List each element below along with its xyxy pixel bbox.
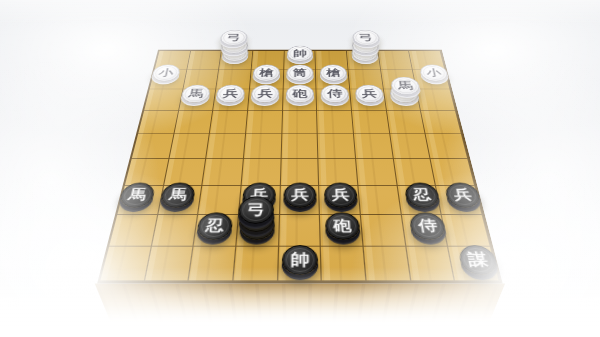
piece-character: 槍 — [326, 68, 341, 77]
piece-character: 兵 — [291, 188, 309, 201]
piece-character: 兵 — [222, 89, 238, 99]
piece-character: 小 — [158, 68, 175, 77]
fog-top-fade — [0, 0, 600, 26]
board-front-face — [95, 283, 506, 324]
piece-character: 忍 — [205, 219, 225, 234]
piece-white-弓-tier3[interactable]: 弓 — [352, 30, 381, 46]
piece-black-帥[interactable]: 帥 — [282, 245, 319, 275]
piece-black-兵[interactable]: 兵 — [283, 183, 316, 208]
piece-character: 馬 — [188, 89, 205, 99]
piece-white-侍[interactable]: 侍 — [320, 85, 349, 103]
piece-character: 兵 — [452, 188, 473, 201]
piece-white-帥[interactable]: 帥 — [287, 46, 314, 62]
piece-character: 馬 — [397, 81, 414, 91]
piece-character: 弓 — [246, 203, 266, 218]
piece-white-槍[interactable]: 槍 — [320, 65, 348, 82]
piece-character: 侍 — [417, 219, 438, 234]
piece-character: 帥 — [290, 252, 309, 268]
piece-character: 弓 — [226, 34, 241, 42]
piece-character: 弓 — [358, 34, 373, 42]
piece-white-筒[interactable]: 筒 — [286, 65, 313, 82]
board-3d-plane: 弓帥弓小槍筒槍小馬兵兵砲侍兵馬馬馬兵兵兵忍兵忍弓砲侍帥謀 — [97, 50, 503, 284]
piece-character: 侍 — [327, 89, 343, 99]
piece-character: 馬 — [127, 188, 148, 201]
piece-character: 兵 — [332, 188, 350, 201]
piece-character: 忍 — [412, 188, 432, 201]
piece-character: 小 — [426, 68, 443, 77]
piece-character: 筒 — [293, 68, 308, 77]
piece-character: 馬 — [168, 188, 188, 201]
piece-character: 謀 — [467, 252, 490, 268]
piece-black-兵[interactable]: 兵 — [324, 183, 358, 208]
piece-black-砲[interactable]: 砲 — [325, 212, 361, 239]
piece-character: 兵 — [257, 89, 273, 99]
piece-white-砲[interactable]: 砲 — [286, 85, 314, 103]
piece-character: 砲 — [333, 219, 352, 234]
piece-character: 帥 — [293, 49, 307, 57]
piece-character: 兵 — [361, 89, 377, 99]
piece-character: 槍 — [259, 68, 274, 77]
piece-layer: 弓帥弓小槍筒槍小馬兵兵砲侍兵馬馬馬兵兵兵忍兵忍弓砲侍帥謀 — [97, 50, 503, 284]
piece-character: 砲 — [292, 89, 307, 99]
gungi-board-scene: 弓帥弓小槍筒槍小馬兵兵砲侍兵馬馬馬兵兵兵忍兵忍弓砲侍帥謀 — [0, 0, 600, 337]
